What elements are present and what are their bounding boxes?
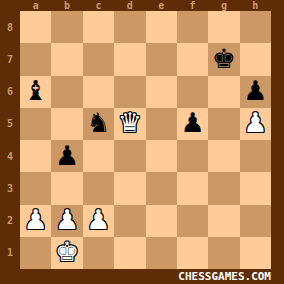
square-b2: ♟ [51, 205, 82, 237]
square-d6 [114, 76, 145, 108]
white-pawn-a2: ♟ [24, 206, 48, 233]
rank-label-3: 3 [0, 172, 20, 204]
rank-label-5: 5 [0, 108, 20, 140]
square-b8 [51, 11, 82, 43]
square-h7 [240, 43, 271, 75]
square-d4 [114, 140, 145, 172]
square-f1 [177, 237, 208, 269]
square-b7 [51, 43, 82, 75]
square-h3 [240, 172, 271, 204]
square-f8 [177, 11, 208, 43]
file-label-h: h [240, 0, 271, 11]
square-c8 [83, 11, 114, 43]
square-a5 [20, 108, 51, 140]
square-b3 [51, 172, 82, 204]
square-b6 [51, 76, 82, 108]
rank-label-8: 8 [0, 11, 20, 43]
black-bishop-a6: ♝ [24, 77, 48, 104]
white-pawn-b2: ♟ [55, 206, 79, 233]
white-king-b1: ♚ [55, 238, 79, 265]
white-pawn-h5: ♟ [243, 109, 267, 136]
square-h6: ♟ [240, 76, 271, 108]
square-c3 [83, 172, 114, 204]
square-d7 [114, 43, 145, 75]
square-g4 [208, 140, 239, 172]
square-c7 [83, 43, 114, 75]
watermark-text: CHESSGAMES.COM [178, 270, 271, 283]
square-a6: ♝ [20, 76, 51, 108]
black-king-g7: ♚ [212, 45, 236, 72]
file-label-f: f [177, 0, 208, 11]
square-h1 [240, 237, 271, 269]
black-pawn-f5: ♟ [180, 109, 204, 136]
square-a3 [20, 172, 51, 204]
black-pawn-h6: ♟ [243, 77, 267, 104]
square-d2 [114, 205, 145, 237]
square-g5 [208, 108, 239, 140]
file-label-a: a [20, 0, 51, 11]
file-label-c: c [83, 0, 114, 11]
square-e8 [146, 11, 177, 43]
square-g6 [208, 76, 239, 108]
square-f6 [177, 76, 208, 108]
square-c5: ♞ [83, 108, 114, 140]
file-label-e: e [146, 0, 177, 11]
square-d3 [114, 172, 145, 204]
square-f2 [177, 205, 208, 237]
rank-labels: 87654321 [0, 11, 20, 269]
square-e7 [146, 43, 177, 75]
square-e1 [146, 237, 177, 269]
square-f5: ♟ [177, 108, 208, 140]
rank-label-6: 6 [0, 76, 20, 108]
square-d5: ♛ [114, 108, 145, 140]
square-a8 [20, 11, 51, 43]
file-labels: abcdefgh [20, 0, 271, 11]
black-knight-c5: ♞ [86, 109, 110, 136]
square-d1 [114, 237, 145, 269]
square-e4 [146, 140, 177, 172]
square-e6 [146, 76, 177, 108]
square-h4 [240, 140, 271, 172]
square-a1 [20, 237, 51, 269]
square-e3 [146, 172, 177, 204]
square-d8 [114, 11, 145, 43]
board: ♚♝♟♞♛♟♟♟♟♟♟♚ [20, 11, 271, 269]
white-queen-d5: ♛ [118, 109, 142, 136]
rank-label-1: 1 [0, 237, 20, 269]
square-h2 [240, 205, 271, 237]
square-f3 [177, 172, 208, 204]
file-label-g: g [208, 0, 239, 11]
file-label-d: d [114, 0, 145, 11]
square-e5 [146, 108, 177, 140]
square-g8 [208, 11, 239, 43]
square-f4 [177, 140, 208, 172]
square-g3 [208, 172, 239, 204]
square-e2 [146, 205, 177, 237]
square-b4: ♟ [51, 140, 82, 172]
square-b5 [51, 108, 82, 140]
file-label-b: b [51, 0, 82, 11]
square-a4 [20, 140, 51, 172]
rank-label-2: 2 [0, 205, 20, 237]
square-b1: ♚ [51, 237, 82, 269]
square-c6 [83, 76, 114, 108]
chess-board-diagram: abcdefgh 87654321 ♚♝♟♞♛♟♟♟♟♟♟♚ CHESSGAME… [0, 0, 284, 284]
white-pawn-c2: ♟ [86, 206, 110, 233]
square-g2 [208, 205, 239, 237]
square-g7: ♚ [208, 43, 239, 75]
square-a2: ♟ [20, 205, 51, 237]
square-g1 [208, 237, 239, 269]
square-f7 [177, 43, 208, 75]
square-h5: ♟ [240, 108, 271, 140]
square-a7 [20, 43, 51, 75]
black-pawn-b4: ♟ [55, 142, 79, 169]
square-h8 [240, 11, 271, 43]
square-c4 [83, 140, 114, 172]
rank-label-4: 4 [0, 140, 20, 172]
square-c2: ♟ [83, 205, 114, 237]
square-c1 [83, 237, 114, 269]
rank-label-7: 7 [0, 43, 20, 75]
